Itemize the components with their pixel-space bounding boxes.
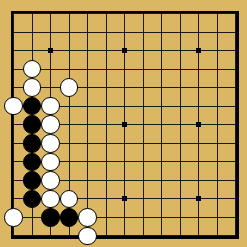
white-stone[interactable]: ●: [41, 190, 60, 209]
white-stone[interactable]: ●: [4, 208, 23, 227]
black-stone[interactable]: ●: [60, 208, 79, 227]
white-stone[interactable]: ●: [41, 134, 60, 153]
star-point: [122, 48, 127, 53]
star-point: [196, 196, 201, 201]
white-stone[interactable]: ●: [23, 78, 42, 97]
grid-line-horizontal: [14, 235, 236, 236]
grid-line-vertical: [161, 14, 162, 236]
white-stone[interactable]: ●: [78, 208, 97, 227]
white-stone[interactable]: ●: [41, 153, 60, 172]
grid-line-vertical: [217, 14, 218, 236]
white-stone[interactable]: ●: [78, 227, 97, 246]
black-stone[interactable]: ●: [23, 171, 42, 190]
grid-line-vertical: [143, 14, 144, 236]
star-point: [196, 122, 201, 127]
star-point: [48, 48, 53, 53]
go-board[interactable]: ●●●●●●●●●●●●●●●●●●●●●●: [0, 0, 247, 247]
go-diagram: ●●●●●●●●●●●●●●●●●●●●●●: [0, 0, 247, 247]
grid-line-vertical: [180, 14, 181, 236]
star-point: [196, 48, 201, 53]
black-stone[interactable]: ●: [41, 208, 60, 227]
white-stone[interactable]: ●: [41, 171, 60, 190]
grid-line-vertical: [235, 14, 236, 236]
black-stone[interactable]: ●: [23, 134, 42, 153]
white-stone[interactable]: ●: [4, 97, 23, 116]
white-stone[interactable]: ●: [41, 115, 60, 134]
star-point: [122, 122, 127, 127]
star-point: [122, 196, 127, 201]
